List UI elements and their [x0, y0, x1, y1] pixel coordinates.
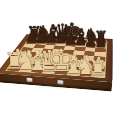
square-g1 [79, 70, 92, 77]
board-frame [0, 34, 113, 82]
chess-set-photo: ♜♞♝♛♚♝♞♜♟♟♟♟♟♟♟♟♟♟♟♟♟♟♟♟♜♞♝♛♚♝♞♜ [0, 0, 130, 130]
metal-clasp-front [57, 80, 63, 85]
chess-board [0, 34, 113, 82]
metal-clasp-left [27, 78, 33, 83]
board-grid [5, 36, 107, 78]
square-h1 [91, 71, 104, 78]
